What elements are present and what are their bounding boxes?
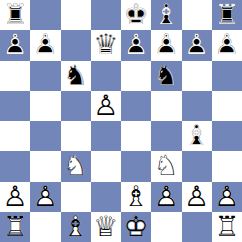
square-b4[interactable]	[30, 121, 60, 151]
piece-glyph-outline: ♙	[33, 31, 58, 59]
piece-glyph-outline: ♘	[63, 152, 88, 180]
piece-black-pawn[interactable]: ♟♙	[182, 30, 212, 60]
piece-glyph-outline: ♗	[154, 1, 179, 29]
piece-glyph-outline: ♖	[3, 1, 28, 29]
square-h4[interactable]	[212, 121, 242, 151]
square-b7[interactable]: ♟♙	[30, 30, 60, 60]
piece-white-pawn[interactable]: ♟♙	[182, 182, 212, 212]
square-e1[interactable]: ♚♔	[121, 212, 151, 242]
square-a4[interactable]	[0, 121, 30, 151]
square-c4[interactable]	[61, 121, 91, 151]
square-f5[interactable]	[151, 91, 181, 121]
square-d4[interactable]	[91, 121, 121, 151]
piece-glyph-outline: ♘	[154, 152, 179, 180]
piece-black-pawn[interactable]: ♟♙	[30, 30, 60, 60]
square-d7[interactable]: ♛♕	[91, 30, 121, 60]
square-a2[interactable]: ♟♙	[0, 182, 30, 212]
piece-glyph-outline: ♘	[154, 62, 179, 90]
piece-glyph-outline: ♙	[124, 31, 149, 59]
piece-black-pawn[interactable]: ♟♙	[212, 30, 242, 60]
piece-black-knight[interactable]: ♞♘	[151, 61, 181, 91]
piece-black-knight[interactable]: ♞♘	[61, 61, 91, 91]
square-e3[interactable]	[121, 151, 151, 181]
piece-white-queen[interactable]: ♛♕	[91, 212, 121, 242]
square-c2[interactable]	[61, 182, 91, 212]
square-h2[interactable]: ♟♙	[212, 182, 242, 212]
square-h3[interactable]	[212, 151, 242, 181]
square-g7[interactable]: ♟♙	[182, 30, 212, 60]
piece-glyph-outline: ♗	[124, 183, 149, 211]
piece-glyph-outline: ♗	[63, 213, 88, 241]
square-f2[interactable]: ♟♙	[151, 182, 181, 212]
chess-board: ♜♖♚♔♝♗♜♖♟♙♟♙♛♕♟♙♟♙♟♙♟♙♞♘♞♘♟♙♝♗♞♘♞♘♟♙♟♙♝♗…	[0, 0, 242, 242]
piece-white-pawn[interactable]: ♟♙	[0, 182, 30, 212]
piece-black-pawn[interactable]: ♟♙	[0, 30, 30, 60]
piece-white-rook[interactable]: ♜♖	[0, 212, 30, 242]
square-f8[interactable]: ♝♗	[151, 0, 181, 30]
square-a1[interactable]: ♜♖	[0, 212, 30, 242]
square-a3[interactable]	[0, 151, 30, 181]
square-f7[interactable]: ♟♙	[151, 30, 181, 60]
piece-glyph-outline: ♙	[214, 183, 239, 211]
square-c6[interactable]: ♞♘	[61, 61, 91, 91]
piece-glyph-outline: ♘	[63, 62, 88, 90]
square-b1[interactable]	[30, 212, 60, 242]
piece-white-bishop[interactable]: ♝♗	[61, 212, 91, 242]
piece-black-bishop[interactable]: ♝♗	[151, 0, 181, 30]
square-h7[interactable]: ♟♙	[212, 30, 242, 60]
square-b2[interactable]: ♟♙	[30, 182, 60, 212]
square-g8[interactable]	[182, 0, 212, 30]
piece-glyph-outline: ♖	[3, 213, 28, 241]
square-h5[interactable]	[212, 91, 242, 121]
square-e5[interactable]	[121, 91, 151, 121]
piece-white-pawn[interactable]: ♟♙	[91, 91, 121, 121]
square-d1[interactable]: ♛♕	[91, 212, 121, 242]
square-h6[interactable]	[212, 61, 242, 91]
square-c7[interactable]	[61, 30, 91, 60]
piece-white-rook[interactable]: ♜♖	[212, 212, 242, 242]
piece-glyph-outline: ♕	[93, 31, 118, 59]
piece-glyph-outline: ♖	[214, 213, 239, 241]
piece-white-pawn[interactable]: ♟♙	[212, 182, 242, 212]
square-f1[interactable]	[151, 212, 181, 242]
piece-black-queen[interactable]: ♛♕	[91, 30, 121, 60]
piece-black-bishop[interactable]: ♝♗	[182, 121, 212, 151]
piece-black-pawn[interactable]: ♟♙	[151, 30, 181, 60]
square-e4[interactable]	[121, 121, 151, 151]
piece-glyph-outline: ♙	[214, 31, 239, 59]
piece-white-pawn[interactable]: ♟♙	[151, 182, 181, 212]
piece-white-pawn[interactable]: ♟♙	[30, 182, 60, 212]
square-d3[interactable]	[91, 151, 121, 181]
square-d5[interactable]: ♟♙	[91, 91, 121, 121]
square-g1[interactable]	[182, 212, 212, 242]
square-b3[interactable]	[30, 151, 60, 181]
square-a5[interactable]	[0, 91, 30, 121]
piece-glyph-outline: ♙	[33, 183, 58, 211]
piece-black-pawn[interactable]: ♟♙	[121, 30, 151, 60]
piece-glyph-outline: ♙	[3, 183, 28, 211]
square-g6[interactable]	[182, 61, 212, 91]
square-d8[interactable]	[91, 0, 121, 30]
square-g4[interactable]: ♝♗	[182, 121, 212, 151]
piece-glyph-outline: ♙	[3, 31, 28, 59]
square-e8[interactable]: ♚♔	[121, 0, 151, 30]
piece-glyph-outline: ♗	[184, 122, 209, 150]
square-c8[interactable]	[61, 0, 91, 30]
piece-black-rook[interactable]: ♜♖	[212, 0, 242, 30]
piece-white-knight[interactable]: ♞♘	[151, 151, 181, 181]
piece-glyph-outline: ♙	[184, 31, 209, 59]
square-g5[interactable]	[182, 91, 212, 121]
square-a6[interactable]	[0, 61, 30, 91]
square-d6[interactable]	[91, 61, 121, 91]
square-h1[interactable]: ♜♖	[212, 212, 242, 242]
piece-glyph-outline: ♔	[124, 213, 149, 241]
square-a8[interactable]: ♜♖	[0, 0, 30, 30]
piece-white-bishop[interactable]: ♝♗	[121, 182, 151, 212]
piece-glyph-outline: ♙	[184, 183, 209, 211]
square-g2[interactable]: ♟♙	[182, 182, 212, 212]
square-c1[interactable]: ♝♗	[61, 212, 91, 242]
square-b6[interactable]	[30, 61, 60, 91]
square-e6[interactable]	[121, 61, 151, 91]
square-b5[interactable]	[30, 91, 60, 121]
square-c5[interactable]	[61, 91, 91, 121]
piece-glyph-outline: ♙	[93, 92, 118, 120]
square-g3[interactable]	[182, 151, 212, 181]
piece-black-king[interactable]: ♚♔	[121, 0, 151, 30]
piece-white-knight[interactable]: ♞♘	[61, 151, 91, 181]
square-h8[interactable]: ♜♖	[212, 0, 242, 30]
square-f4[interactable]	[151, 121, 181, 151]
piece-glyph-outline: ♖	[214, 1, 239, 29]
square-e2[interactable]: ♝♗	[121, 182, 151, 212]
piece-glyph-outline: ♕	[93, 213, 118, 241]
piece-glyph-outline: ♙	[154, 31, 179, 59]
square-e7[interactable]: ♟♙	[121, 30, 151, 60]
piece-glyph-outline: ♔	[124, 1, 149, 29]
square-b8[interactable]	[30, 0, 60, 30]
piece-glyph-outline: ♙	[154, 183, 179, 211]
piece-white-king[interactable]: ♚♔	[121, 212, 151, 242]
square-a7[interactable]: ♟♙	[0, 30, 30, 60]
square-c3[interactable]: ♞♘	[61, 151, 91, 181]
piece-black-rook[interactable]: ♜♖	[0, 0, 30, 30]
square-d2[interactable]	[91, 182, 121, 212]
square-f6[interactable]: ♞♘	[151, 61, 181, 91]
square-f3[interactable]: ♞♘	[151, 151, 181, 181]
